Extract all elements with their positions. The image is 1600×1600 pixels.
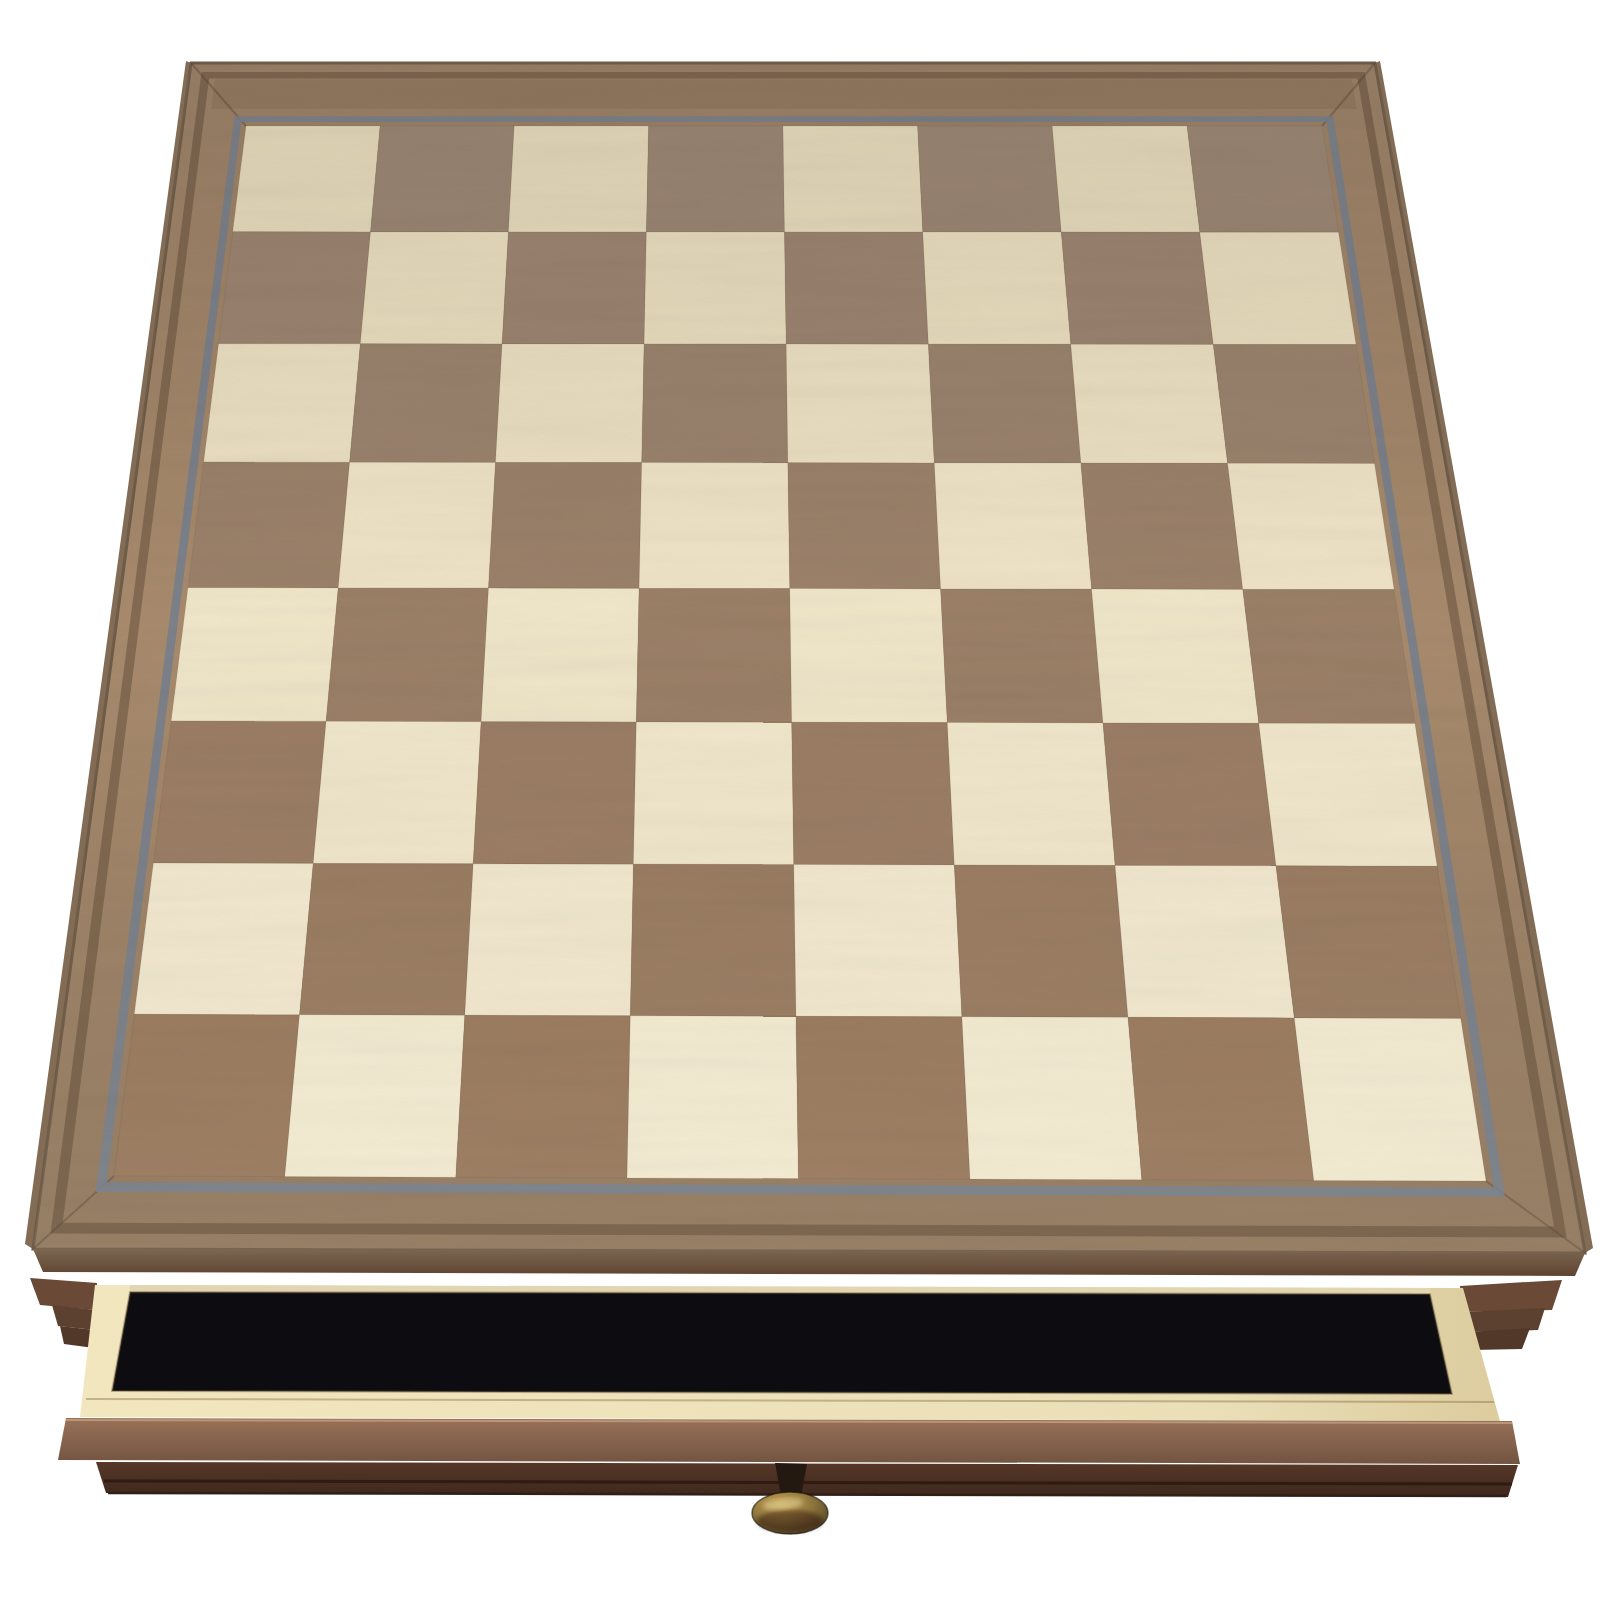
box-moulding-right [1463,1308,1545,1332]
drawer-base-moulding [96,1462,1518,1497]
drawer-foam-lining [112,1292,1452,1394]
knob-underside-shade [757,1510,823,1532]
light-vignette [33,63,1585,1253]
chess-board-scene [0,0,1600,1600]
board-finish-overlays [0,40,1600,1300]
storage-drawer [30,1252,1578,1534]
board-photo [0,0,1600,1600]
drawer-front [58,1418,1520,1464]
board-shadow [40,1252,1578,1302]
